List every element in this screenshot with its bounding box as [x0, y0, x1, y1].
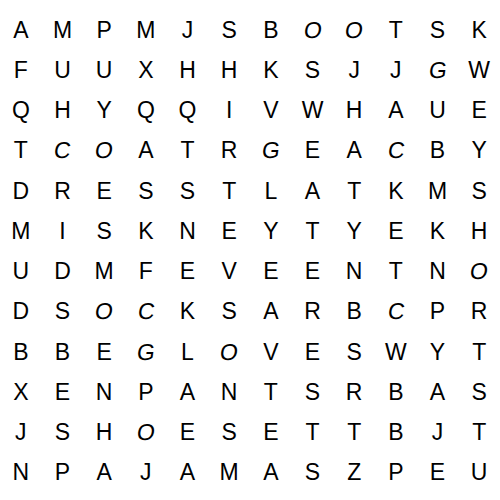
cell-letter: Q [179, 99, 197, 122]
grid-cell-r7c1[interactable]: U [0, 252, 42, 292]
cell-letter: O [94, 300, 115, 323]
cell-letter: S [305, 59, 320, 82]
cell-letter: S [305, 381, 320, 404]
cell-letter: O [469, 260, 490, 283]
cell-letter: T [180, 139, 194, 162]
grid-cell-r11c12[interactable]: T [458, 413, 500, 453]
cell-letter: O [135, 421, 156, 444]
grid-cell-r5c10[interactable]: K [375, 171, 417, 211]
cell-letter: N [346, 260, 363, 283]
cell-letter: H [346, 99, 363, 122]
cell-letter: Y [471, 139, 486, 162]
grid-cell-r7c5[interactable]: E [167, 252, 209, 292]
cell-letter: V [263, 99, 278, 122]
grid-cell-r2c6[interactable]: H [208, 50, 250, 90]
cell-letter: I [59, 220, 65, 243]
grid-cell-r11c1[interactable]: J [0, 413, 42, 453]
cell-letter: Y [263, 220, 278, 243]
grid-cell-r2c4[interactable]: X [125, 50, 167, 90]
grid-cell-r7c6[interactable]: V [208, 252, 250, 292]
grid-cell-r2c10[interactable]: J [375, 50, 417, 90]
cell-letter: T [347, 180, 361, 203]
cell-letter: U [471, 461, 488, 484]
cell-letter: X [13, 381, 28, 404]
cell-letter: R [346, 381, 363, 404]
grid-cell-r6c1[interactable]: M [0, 211, 42, 251]
grid-cell-r12c7[interactable]: A [250, 453, 292, 493]
grid-cell-r7c9[interactable]: N [333, 252, 375, 292]
cell-letter: N [179, 220, 196, 243]
grid-cell-r12c11[interactable]: E [417, 453, 459, 493]
grid-cell-r3c8[interactable]: W [292, 91, 334, 131]
cell-letter: C [386, 139, 406, 162]
grid-cell-r4c7[interactable]: G [250, 131, 292, 171]
cell-letter: N [429, 260, 446, 283]
cell-letter: B [13, 341, 28, 364]
grid-cell-r4c6[interactable]: R [208, 131, 250, 171]
grid-cell-r10c8[interactable]: S [292, 372, 334, 412]
grid-cell-r4c9[interactable]: A [333, 131, 375, 171]
grid-cell-r5c6[interactable]: T [208, 171, 250, 211]
grid-cell-r1c9[interactable]: O [333, 10, 375, 50]
cell-letter: M [136, 19, 155, 42]
cell-letter: R [221, 139, 238, 162]
grid-cell-r4c2[interactable]: C [42, 131, 84, 171]
grid-cell-r6c10[interactable]: E [375, 211, 417, 251]
grid-cell-r8c7[interactable]: A [250, 292, 292, 332]
grid-cell-r4c5[interactable]: T [167, 131, 209, 171]
grid-cell-r3c4[interactable]: Q [125, 91, 167, 131]
cell-letter: J [15, 421, 27, 444]
grid-cell-r2c12[interactable]: W [458, 50, 500, 90]
grid-cell-r10c3[interactable]: N [83, 372, 125, 412]
grid-cell-r2c2[interactable]: U [42, 50, 84, 90]
cell-letter: E [263, 421, 278, 444]
grid-cell-r1c6[interactable]: S [208, 10, 250, 50]
cell-letter: F [14, 59, 28, 82]
grid-cell-r9c8[interactable]: E [292, 332, 334, 372]
cell-letter: P [388, 461, 403, 484]
grid-cell-r4c11[interactable]: B [417, 131, 459, 171]
grid-cell-r5c3[interactable]: E [83, 171, 125, 211]
cell-letter: I [226, 99, 232, 122]
grid-cell-r2c7[interactable]: K [250, 50, 292, 90]
cell-letter: H [471, 220, 488, 243]
grid-cell-r6c12[interactable]: H [458, 211, 500, 251]
grid-cell-r8c11[interactable]: P [417, 292, 459, 332]
cell-letter: S [346, 341, 361, 364]
cell-letter: E [430, 461, 445, 484]
grid-cell-r3c9[interactable]: H [333, 91, 375, 131]
grid-cell-r12c10[interactable]: P [375, 453, 417, 493]
grid-cell-r8c12[interactable]: R [458, 292, 500, 332]
grid-cell-r6c7[interactable]: Y [250, 211, 292, 251]
grid-cell-r9c11[interactable]: Y [417, 332, 459, 372]
grid-cell-r5c4[interactable]: S [125, 171, 167, 211]
cell-letter: M [11, 220, 30, 243]
cell-letter: M [428, 180, 447, 203]
grid-cell-r12c5[interactable]: A [167, 453, 209, 493]
cell-letter: E [305, 139, 320, 162]
grid-cell-r2c5[interactable]: H [167, 50, 209, 90]
grid-cell-r12c2[interactable]: P [42, 453, 84, 493]
cell-letter: K [388, 180, 403, 203]
grid-cell-r11c11[interactable]: J [417, 413, 459, 453]
grid-cell-r7c2[interactable]: D [42, 252, 84, 292]
grid-cell-r3c11[interactable]: U [417, 91, 459, 131]
grid-cell-r1c8[interactable]: O [292, 10, 334, 50]
cell-letter: T [14, 139, 28, 162]
cell-letter: P [430, 300, 445, 323]
cell-letter: Y [346, 220, 361, 243]
grid-cell-r2c1[interactable]: F [0, 50, 42, 90]
cell-letter: E [221, 220, 236, 243]
grid-cell-r6c6[interactable]: E [208, 211, 250, 251]
grid-cell-r10c9[interactable]: R [333, 372, 375, 412]
cell-letter: T [264, 381, 278, 404]
grid-cell-r4c12[interactable]: Y [458, 131, 500, 171]
cell-letter: A [263, 461, 278, 484]
grid-cell-r8c2[interactable]: S [42, 292, 84, 332]
cell-letter: G [260, 139, 281, 162]
cell-letter: K [430, 220, 445, 243]
cell-letter: B [430, 139, 445, 162]
cell-letter: J [140, 461, 152, 484]
grid-cell-r10c2[interactable]: E [42, 372, 84, 412]
grid-cell-r11c6[interactable]: S [208, 413, 250, 453]
grid-cell-r4c8[interactable]: E [292, 131, 334, 171]
cell-letter: B [346, 300, 361, 323]
grid-cell-r8c1[interactable]: D [0, 292, 42, 332]
grid-cell-r7c4[interactable]: F [125, 252, 167, 292]
cell-letter: A [180, 381, 195, 404]
cell-letter: U [13, 260, 30, 283]
grid-cell-r12c12[interactable]: U [458, 453, 500, 493]
grid-cell-r9c4[interactable]: G [125, 332, 167, 372]
cell-letter: H [179, 59, 196, 82]
cell-letter: E [55, 381, 70, 404]
cell-letter: E [471, 99, 486, 122]
cell-letter: T [222, 180, 236, 203]
grid-cell-r4c10[interactable]: C [375, 131, 417, 171]
cell-letter: P [96, 19, 111, 42]
cell-letter: R [54, 180, 71, 203]
grid-cell-r5c11[interactable]: M [417, 171, 459, 211]
cell-letter: S [221, 421, 236, 444]
cell-letter: E [96, 180, 111, 203]
cell-letter: T [347, 421, 361, 444]
grid-cell-r8c6[interactable]: S [208, 292, 250, 332]
cell-letter: T [472, 341, 486, 364]
grid-cell-r9c1[interactable]: B [0, 332, 42, 372]
grid-cell-r5c2[interactable]: R [42, 171, 84, 211]
grid-cell-r8c4[interactable]: C [125, 292, 167, 332]
cell-letter: H [96, 421, 113, 444]
cell-letter: E [263, 260, 278, 283]
grid-cell-r7c8[interactable]: E [292, 252, 334, 292]
grid-cell-r11c4[interactable]: O [125, 413, 167, 453]
grid-cell-r12c8[interactable]: S [292, 453, 334, 493]
grid-cell-r3c5[interactable]: Q [167, 91, 209, 131]
grid-cell-r11c3[interactable]: H [83, 413, 125, 453]
grid-cell-r9c2[interactable]: B [42, 332, 84, 372]
cell-letter: A [305, 180, 320, 203]
grid-cell-r7c10[interactable]: T [375, 252, 417, 292]
cell-letter: N [221, 381, 238, 404]
grid-cell-r1c11[interactable]: S [417, 10, 459, 50]
grid-cell-r1c10[interactable]: T [375, 10, 417, 50]
grid-cell-r12c1[interactable]: N [0, 453, 42, 493]
grid-cell-r5c8[interactable]: A [292, 171, 334, 211]
grid-cell-r5c12[interactable]: S [458, 171, 500, 211]
grid-cell-r9c5[interactable]: L [167, 332, 209, 372]
cell-letter: N [13, 461, 30, 484]
cell-letter: E [180, 421, 195, 444]
cell-letter: A [388, 99, 403, 122]
cell-letter: T [472, 421, 486, 444]
grid-cell-r9c3[interactable]: E [83, 332, 125, 372]
cell-letter: S [221, 19, 236, 42]
grid-cell-r11c9[interactable]: T [333, 413, 375, 453]
cell-letter: L [264, 180, 277, 203]
cell-letter: M [220, 461, 239, 484]
cell-letter: E [388, 220, 403, 243]
grid-cell-r3c7[interactable]: V [250, 91, 292, 131]
cell-letter: T [389, 260, 403, 283]
grid-cell-r12c3[interactable]: A [83, 453, 125, 493]
grid-cell-r6c11[interactable]: K [417, 211, 459, 251]
cell-letter: M [95, 260, 114, 283]
cell-letter: S [471, 180, 486, 203]
grid-cell-r3c6[interactable]: I [208, 91, 250, 131]
cell-letter: Q [12, 99, 30, 122]
cell-letter: R [471, 300, 488, 323]
grid-cell-r5c7[interactable]: L [250, 171, 292, 211]
grid-cell-r7c3[interactable]: M [83, 252, 125, 292]
grid-cell-r10c10[interactable]: B [375, 372, 417, 412]
cell-letter: K [180, 300, 195, 323]
cell-letter: O [219, 341, 240, 364]
cell-letter: P [55, 461, 70, 484]
cell-letter: D [54, 260, 71, 283]
grid-cell-r7c12[interactable]: O [458, 252, 500, 292]
cell-letter: S [305, 461, 320, 484]
grid-cell-r12c4[interactable]: J [125, 453, 167, 493]
cell-letter: D [13, 300, 30, 323]
grid-cell-r3c1[interactable]: Q [0, 91, 42, 131]
cell-letter: S [55, 300, 70, 323]
cell-letter: K [471, 19, 486, 42]
cell-letter: S [180, 180, 195, 203]
grid-cell-r6c9[interactable]: Y [333, 211, 375, 251]
grid-cell-r1c12[interactable]: K [458, 10, 500, 50]
cell-letter: O [344, 19, 365, 42]
grid-cell-r6c5[interactable]: N [167, 211, 209, 251]
grid-cell-r12c9[interactable]: Z [333, 453, 375, 493]
cell-letter: M [53, 19, 72, 42]
cell-letter: C [386, 300, 406, 323]
cell-letter: W [385, 341, 407, 364]
grid-cell-r3c3[interactable]: Y [83, 91, 125, 131]
grid-cell-r3c12[interactable]: E [458, 91, 500, 131]
grid-cell-r8c10[interactable]: C [375, 292, 417, 332]
grid-cell-r11c2[interactable]: S [42, 413, 84, 453]
grid-cell-r1c5[interactable]: J [167, 10, 209, 50]
cell-letter: Y [430, 341, 445, 364]
cell-letter: J [390, 59, 402, 82]
grid-cell-r8c3[interactable]: O [83, 292, 125, 332]
grid-cell-r9c10[interactable]: W [375, 332, 417, 372]
grid-cell-r10c11[interactable]: A [417, 372, 459, 412]
cell-letter: C [53, 139, 73, 162]
cell-letter: G [135, 341, 156, 364]
grid-cell-r7c11[interactable]: N [417, 252, 459, 292]
grid-cell-r1c4[interactable]: M [125, 10, 167, 50]
grid-cell-r4c3[interactable]: O [83, 131, 125, 171]
grid-cell-r8c9[interactable]: B [333, 292, 375, 332]
cell-letter: S [471, 381, 486, 404]
cell-letter: H [54, 99, 71, 122]
cell-letter: S [138, 180, 153, 203]
cell-letter: T [305, 421, 319, 444]
cell-letter: A [96, 461, 111, 484]
cell-letter: O [94, 139, 115, 162]
grid-cell-r9c12[interactable]: T [458, 332, 500, 372]
grid-cell-r10c6[interactable]: N [208, 372, 250, 412]
grid-cell-r5c1[interactable]: D [0, 171, 42, 211]
cell-letter: W [302, 99, 324, 122]
grid-cell-r9c9[interactable]: S [333, 332, 375, 372]
cell-letter: B [263, 19, 278, 42]
grid-cell-r4c1[interactable]: T [0, 131, 42, 171]
cell-letter: B [388, 381, 403, 404]
cell-letter: R [304, 300, 321, 323]
cell-letter: N [96, 381, 113, 404]
word-search-page: AMPMJSBOOTSKFUUXHHKSJJGWQHYQQIVWHAUETCOA… [0, 0, 500, 500]
cell-letter: D [13, 180, 30, 203]
cell-letter: V [263, 341, 278, 364]
cell-letter: T [305, 220, 319, 243]
grid-cell-r11c8[interactable]: T [292, 413, 334, 453]
grid-cell-r2c11[interactable]: G [417, 50, 459, 90]
cell-letter: H [221, 59, 238, 82]
cell-letter: K [263, 59, 278, 82]
cell-letter: L [181, 341, 194, 364]
grid-cell-r12c6[interactable]: M [208, 453, 250, 493]
grid-cell-r3c2[interactable]: H [42, 91, 84, 131]
cell-letter: U [96, 59, 113, 82]
cell-letter: W [468, 59, 490, 82]
cell-letter: U [54, 59, 71, 82]
cell-letter: O [302, 19, 323, 42]
grid-cell-r7c7[interactable]: E [250, 252, 292, 292]
cell-letter: A [180, 461, 195, 484]
cell-letter: E [180, 260, 195, 283]
cell-letter: G [427, 59, 448, 82]
cell-letter: V [221, 260, 236, 283]
cell-letter: C [136, 300, 156, 323]
grid-cell-r5c9[interactable]: T [333, 171, 375, 211]
grid-cell-r4c4[interactable]: A [125, 131, 167, 171]
cell-letter: X [138, 59, 153, 82]
grid-cell-r10c7[interactable]: T [250, 372, 292, 412]
grid-cell-r9c7[interactable]: V [250, 332, 292, 372]
grid-cell-r1c3[interactable]: P [83, 10, 125, 50]
cell-letter: B [55, 341, 70, 364]
cell-letter: A [263, 300, 278, 323]
grid-cell-r1c2[interactable]: M [42, 10, 84, 50]
cell-letter: K [138, 220, 153, 243]
cell-letter: S [55, 421, 70, 444]
cell-letter: S [430, 19, 445, 42]
grid-cell-r6c2[interactable]: I [42, 211, 84, 251]
cell-letter: Q [137, 99, 155, 122]
cell-letter: J [348, 59, 360, 82]
cell-letter: T [389, 19, 403, 42]
cell-letter: E [305, 260, 320, 283]
grid-cell-r2c3[interactable]: U [83, 50, 125, 90]
grid-cell-r1c1[interactable]: A [0, 10, 42, 50]
cell-letter: Z [347, 461, 361, 484]
cell-letter: E [96, 341, 111, 364]
grid-cell-r10c1[interactable]: X [0, 372, 42, 412]
grid-cell-r1c7[interactable]: B [250, 10, 292, 50]
grid-cell-r10c5[interactable]: A [167, 372, 209, 412]
grid-cell-r6c3[interactable]: S [83, 211, 125, 251]
grid-cell-r5c5[interactable]: S [167, 171, 209, 211]
grid-cell-r10c4[interactable]: P [125, 372, 167, 412]
cell-letter: E [305, 341, 320, 364]
cell-letter: A [138, 139, 153, 162]
grid-cell-r11c7[interactable]: E [250, 413, 292, 453]
cell-letter: Y [96, 99, 111, 122]
grid-cell-r9c6[interactable]: O [208, 332, 250, 372]
grid-cell-r2c9[interactable]: J [333, 50, 375, 90]
grid-cell-r6c8[interactable]: T [292, 211, 334, 251]
grid-cell-r8c5[interactable]: K [167, 292, 209, 332]
grid-cell-r11c10[interactable]: B [375, 413, 417, 453]
cell-letter: A [430, 381, 445, 404]
cell-letter: A [13, 19, 28, 42]
cell-letter: S [96, 220, 111, 243]
grid-cell-r8c8[interactable]: R [292, 292, 334, 332]
cell-letter: J [182, 19, 194, 42]
cell-letter: F [139, 260, 153, 283]
cell-letter: B [388, 421, 403, 444]
cell-letter: P [138, 381, 153, 404]
cell-letter: S [221, 300, 236, 323]
grid-cell-r3c10[interactable]: A [375, 91, 417, 131]
grid-cell-r2c8[interactable]: S [292, 50, 334, 90]
cell-letter: A [346, 139, 361, 162]
cell-letter: J [432, 421, 444, 444]
cell-letter: U [429, 99, 446, 122]
word-search-grid: AMPMJSBOOTSKFUUXHHKSJJGWQHYQQIVWHAUETCOA… [0, 0, 500, 500]
grid-cell-r10c12[interactable]: S [458, 372, 500, 412]
grid-cell-r6c4[interactable]: K [125, 211, 167, 251]
grid-cell-r11c5[interactable]: E [167, 413, 209, 453]
